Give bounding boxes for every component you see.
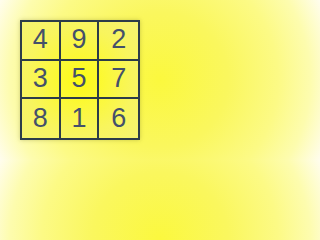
cell-r0c1: 9 — [61, 22, 100, 61]
cell-r1c2: 7 — [99, 61, 138, 100]
cell-r2c0: 8 — [22, 99, 61, 138]
cell-r1c1: 5 — [61, 61, 100, 100]
cell-r1c0: 3 — [22, 61, 61, 100]
cell-r2c1: 1 — [61, 99, 100, 138]
cell-r0c2: 2 — [99, 22, 138, 61]
cell-r0c0: 4 — [22, 22, 61, 61]
magic-square-board: 4 9 2 3 5 7 8 1 6 — [20, 20, 140, 140]
cell-r2c2: 6 — [99, 99, 138, 138]
